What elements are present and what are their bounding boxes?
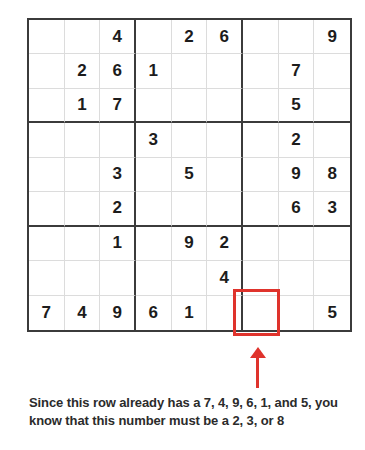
sudoku-cell-r2c8: 7: [279, 54, 315, 88]
sudoku-cell-r1c2: [65, 20, 101, 54]
sudoku-cell-r9c5: 1: [172, 296, 208, 330]
sudoku-cell-r7c9: [314, 227, 350, 261]
sudoku-cell-r3c5: [172, 89, 208, 123]
sudoku-board: 426926171753235982631924749615: [27, 18, 352, 332]
sudoku-cell-r8c4: [136, 261, 172, 295]
sudoku-cell-r4c5: [172, 123, 208, 157]
sudoku-cell-r5c5: 5: [172, 158, 208, 192]
sudoku-cell-r5c6: [207, 158, 243, 192]
sudoku-cell-r6c1: [29, 192, 65, 226]
sudoku-cell-r3c8: 5: [279, 89, 315, 123]
sudoku-cell-r4c4: 3: [136, 123, 172, 157]
sudoku-cell-r5c3: 3: [100, 158, 136, 192]
sudoku-cell-r8c2: [65, 261, 101, 295]
sudoku-cell-r9c8: [279, 296, 315, 330]
sudoku-cell-r8c5: [172, 261, 208, 295]
sudoku-cell-r2c9: [314, 54, 350, 88]
sudoku-cell-r5c9: 8: [314, 158, 350, 192]
sudoku-cell-r9c4: 6: [136, 296, 172, 330]
sudoku-cell-r3c2: 1: [65, 89, 101, 123]
sudoku-tutorial-diagram: 426926171753235982631924749615 Since thi…: [0, 0, 365, 450]
sudoku-cell-r4c7: [243, 123, 279, 157]
arrow-up-line: [256, 356, 259, 388]
sudoku-cell-r9c9: 5: [314, 296, 350, 330]
sudoku-cell-r9c1: 7: [29, 296, 65, 330]
sudoku-cell-r6c7: [243, 192, 279, 226]
sudoku-cell-r1c4: [136, 20, 172, 54]
sudoku-cell-r3c4: [136, 89, 172, 123]
sudoku-cell-r1c9: 9: [314, 20, 350, 54]
sudoku-cell-r8c1: [29, 261, 65, 295]
sudoku-cell-r6c6: [207, 192, 243, 226]
sudoku-cell-r7c2: [65, 227, 101, 261]
sudoku-cell-r3c9: [314, 89, 350, 123]
sudoku-cell-r1c6: 6: [207, 20, 243, 54]
sudoku-cell-r4c8: 2: [279, 123, 315, 157]
sudoku-cell-r6c3: 2: [100, 192, 136, 226]
sudoku-cell-r6c5: [172, 192, 208, 226]
sudoku-cell-r2c1: [29, 54, 65, 88]
sudoku-cell-r7c6: 2: [207, 227, 243, 261]
sudoku-cell-r7c3: 1: [100, 227, 136, 261]
sudoku-cell-r2c4: 1: [136, 54, 172, 88]
sudoku-cell-r5c8: 9: [279, 158, 315, 192]
sudoku-cell-r8c3: [100, 261, 136, 295]
sudoku-cell-r3c1: [29, 89, 65, 123]
sudoku-cell-r7c4: [136, 227, 172, 261]
sudoku-cell-r6c9: 3: [314, 192, 350, 226]
sudoku-cell-r3c3: 7: [100, 89, 136, 123]
sudoku-cell-r4c2: [65, 123, 101, 157]
sudoku-cell-r2c7: [243, 54, 279, 88]
sudoku-cell-r5c7: [243, 158, 279, 192]
sudoku-cell-r1c7: [243, 20, 279, 54]
sudoku-cell-r1c1: [29, 20, 65, 54]
sudoku-cell-r2c3: 6: [100, 54, 136, 88]
sudoku-cell-r9c2: 4: [65, 296, 101, 330]
sudoku-cell-r1c5: 2: [172, 20, 208, 54]
sudoku-cell-r3c6: [207, 89, 243, 123]
sudoku-cell-r1c3: 4: [100, 20, 136, 54]
sudoku-cell-r7c1: [29, 227, 65, 261]
sudoku-cell-r2c2: 2: [65, 54, 101, 88]
sudoku-cell-r7c5: 9: [172, 227, 208, 261]
sudoku-cell-r3c7: [243, 89, 279, 123]
sudoku-cell-r7c7: [243, 227, 279, 261]
sudoku-cell-r4c3: [100, 123, 136, 157]
sudoku-cell-r8c9: [314, 261, 350, 295]
sudoku-cell-r6c8: 6: [279, 192, 315, 226]
sudoku-cell-r4c6: [207, 123, 243, 157]
sudoku-cell-r6c2: [65, 192, 101, 226]
sudoku-cell-r8c8: [279, 261, 315, 295]
sudoku-cell-r4c1: [29, 123, 65, 157]
caption-line-2: know that this number must be a 2, 3, or…: [29, 412, 363, 430]
sudoku-cell-r7c8: [279, 227, 315, 261]
sudoku-cell-r9c3: 9: [100, 296, 136, 330]
caption-line-1: Since this row already has a 7, 4, 9, 6,…: [29, 394, 363, 412]
sudoku-cell-r5c1: [29, 158, 65, 192]
sudoku-cell-r5c2: [65, 158, 101, 192]
highlight-cell-box: [233, 289, 280, 336]
sudoku-cell-r2c5: [172, 54, 208, 88]
sudoku-cell-r1c8: [279, 20, 315, 54]
sudoku-cell-r2c6: [207, 54, 243, 88]
sudoku-cell-r5c4: [136, 158, 172, 192]
sudoku-cell-r6c4: [136, 192, 172, 226]
caption-text: Since this row already has a 7, 4, 9, 6,…: [29, 394, 363, 430]
sudoku-cell-r4c9: [314, 123, 350, 157]
